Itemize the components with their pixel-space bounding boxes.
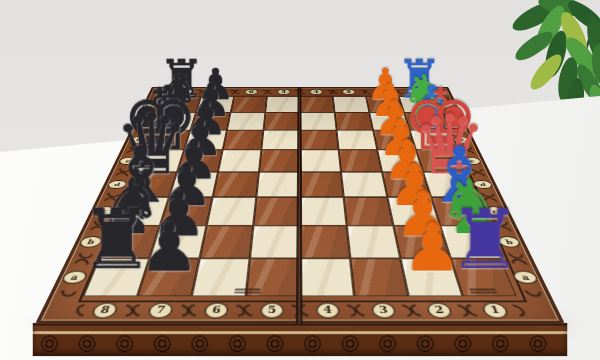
square-c5 — [253, 197, 300, 226]
coordinate-medallion: 1 — [481, 302, 510, 318]
scene: 8765432187654321hgfedcbahgfedcba♜♟♟♜♞♟♟♞… — [0, 0, 600, 360]
coordinate-medallion: f — [452, 136, 472, 143]
coordinate-medallion: 5 — [260, 302, 284, 318]
square-g5 — [263, 112, 300, 130]
coordinate-medallion: 6 — [203, 302, 229, 318]
square-h4 — [300, 96, 335, 112]
coordinate-medallion: e — [118, 157, 139, 165]
engraving-curl — [481, 195, 500, 206]
coordinate-medallion: 6 — [244, 89, 258, 94]
square-a3 — [350, 258, 408, 296]
engraving-curl — [142, 111, 156, 118]
engraving-curl — [87, 224, 106, 237]
square-g6 — [227, 112, 265, 130]
coordinate-medallion: a — [60, 270, 89, 283]
coordinate-medallion: 3 — [371, 302, 397, 318]
square-e3 — [339, 150, 382, 172]
square-e7 — [177, 150, 223, 172]
engraving-curl — [233, 89, 246, 95]
square-c7 — [160, 197, 213, 226]
square-d7 — [169, 172, 218, 197]
coordinate-medallion: c — [483, 206, 507, 216]
coordinate-medallion: h — [437, 101, 454, 106]
square-a6 — [191, 258, 249, 296]
square-a7 — [137, 258, 199, 296]
engraving-curl — [101, 195, 119, 206]
engraving-curl — [504, 301, 527, 318]
engraving-curl — [451, 129, 467, 137]
engraving-curl — [265, 89, 278, 95]
coord-top-2: 2 — [364, 87, 399, 96]
engraving-curl — [494, 224, 514, 237]
engraving-curl — [71, 256, 91, 271]
engraving-curl — [490, 215, 510, 227]
coordinate-medallion: g — [444, 118, 462, 124]
coordinate-medallion: e — [461, 157, 482, 165]
square-f3 — [337, 130, 378, 150]
coordinate-medallion: 8 — [90, 302, 119, 318]
square-g3 — [335, 112, 373, 130]
coord-top-3: 3 — [332, 87, 366, 96]
square-h8 — [161, 96, 201, 112]
coord-bottom-2: 2 — [409, 296, 472, 324]
engraving-curl — [91, 215, 110, 227]
square-f6 — [223, 130, 264, 150]
coord-bottom-4: 4 — [300, 296, 357, 324]
coordinate-medallion: d — [471, 180, 493, 189]
coord-left-e: e — [110, 150, 145, 172]
engraving-curl — [124, 149, 140, 158]
square-d4 — [300, 172, 344, 197]
coord-top-1: 1 — [396, 87, 432, 96]
engraving-curl — [436, 95, 450, 101]
engraving-curl — [200, 89, 213, 95]
coord-right-f: f — [446, 130, 479, 150]
square-h2 — [366, 96, 404, 112]
square-e4 — [300, 150, 341, 172]
square-g4 — [300, 112, 337, 130]
square-h5 — [265, 96, 300, 112]
coord-bottom-3: 3 — [354, 296, 414, 324]
engraving-curl — [520, 282, 543, 299]
coordinate-medallion: a — [511, 270, 540, 283]
coord-top-8: 8 — [168, 87, 204, 96]
square-h3 — [333, 96, 369, 112]
coord-top-6: 6 — [234, 87, 268, 96]
square-c6 — [207, 197, 257, 226]
square-h6 — [231, 96, 267, 112]
engraving-curl — [168, 89, 181, 95]
square-d3 — [341, 172, 387, 197]
engraving-curl — [460, 149, 476, 158]
coordinate-medallion: 4 — [309, 89, 323, 94]
engraving-curl — [470, 171, 488, 181]
coordinate-medallion: c — [93, 206, 117, 216]
coord-bottom-7: 7 — [128, 296, 191, 324]
coordinate-medallion: f — [128, 136, 148, 143]
engraving-curl — [134, 129, 149, 137]
square-d6 — [213, 172, 259, 197]
coordinate-medallion: g — [137, 118, 155, 124]
coord-bottom-5: 5 — [243, 296, 300, 324]
coord-right-e: e — [455, 150, 490, 172]
coord-bottom-8: 8 — [71, 296, 137, 324]
coordinate-medallion: h — [145, 101, 162, 106]
square-a4 — [300, 258, 354, 296]
coordinate-medallion: b — [496, 236, 522, 247]
coord-bottom-6: 6 — [186, 296, 246, 324]
board-perspective-wrapper: 8765432187654321hgfedcbahgfedcba♜♟♟♜♞♟♟♞… — [110, 0, 490, 360]
square-c3 — [344, 197, 394, 226]
square-d5 — [256, 172, 300, 197]
coordinate-medallion: 8 — [179, 89, 194, 94]
square-b4 — [300, 226, 350, 259]
coord-bottom-1: 1 — [463, 296, 529, 324]
square-g2 — [369, 112, 409, 130]
square-b6 — [200, 226, 254, 259]
square-b5 — [250, 226, 300, 259]
coord-top-4: 4 — [300, 87, 333, 96]
engraving-curl — [419, 89, 432, 95]
engraving-curl — [113, 171, 130, 181]
square-f2 — [373, 130, 416, 150]
square-e6 — [218, 150, 261, 172]
coordinate-medallion: 2 — [374, 89, 389, 94]
square-f5 — [261, 130, 300, 150]
board-front-edge — [33, 323, 567, 356]
engraving-curl — [58, 282, 80, 299]
coordinate-medallion: 4 — [316, 302, 340, 318]
coordinate-medallion: 7 — [211, 89, 226, 94]
coordinate-medallion: b — [78, 236, 104, 247]
square-f7 — [184, 130, 227, 150]
maker-stamp — [469, 289, 497, 295]
engraving-curl — [508, 256, 530, 271]
coordinate-medallion: 5 — [277, 89, 291, 94]
square-c4 — [300, 197, 347, 226]
coord-left-f: f — [121, 130, 154, 150]
square-b3 — [347, 226, 401, 259]
chess-board: 8765432187654321hgfedcbahgfedcba♜♟♟♜♞♟♟♞… — [35, 87, 565, 324]
engraving-curl — [443, 111, 458, 118]
square-e5 — [259, 150, 300, 172]
coord-top-5: 5 — [267, 87, 300, 96]
coordinate-medallion: 3 — [342, 89, 356, 94]
square-a5 — [246, 258, 300, 296]
coord-top-7: 7 — [201, 87, 236, 96]
coordinate-medallion: d — [106, 180, 128, 189]
coordinate-medallion: 7 — [147, 302, 174, 318]
coordinate-medallion: 1 — [406, 89, 421, 94]
square-b7 — [149, 226, 206, 259]
square-g7 — [190, 112, 230, 130]
maker-stamp — [234, 289, 261, 295]
engraving-curl — [74, 301, 95, 318]
square-h7 — [196, 96, 234, 112]
coordinate-medallion: 2 — [426, 302, 453, 318]
square-f4 — [300, 130, 339, 150]
